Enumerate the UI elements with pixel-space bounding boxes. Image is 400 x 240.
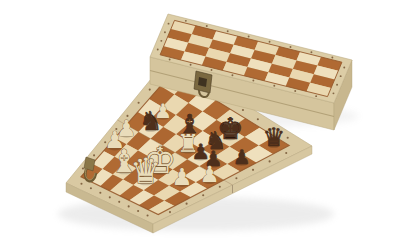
piece-white-pawn: ♟: [200, 161, 220, 187]
piece-black-knight: ♞: [139, 106, 162, 136]
piece-white-pawn: ♟: [172, 163, 193, 190]
piece-black-queen: ♛: [263, 123, 286, 152]
piece-black-pawn: ♟: [233, 145, 251, 169]
piece-white-queen: ♛: [130, 151, 161, 191]
chess-set-scene: ♟♞♝♟♚♛♟♞♜♟♟♟♝♚♟♛♟: [0, 0, 400, 240]
chess-set-photo: ♟♞♝♟♚♛♟♞♜♟♟♟♝♚♟♛♟: [0, 0, 400, 240]
